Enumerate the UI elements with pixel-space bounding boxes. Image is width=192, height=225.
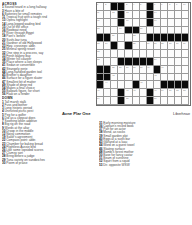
black-cell <box>118 19 125 27</box>
grid-cell[interactable] <box>168 58 175 66</box>
grid-cell[interactable] <box>111 81 118 89</box>
grid-cell[interactable]: 26 <box>147 42 154 50</box>
grid-cell[interactable] <box>168 50 175 58</box>
grid-cell[interactable]: 35 <box>111 66 118 74</box>
puzzle-byline: Liberhnae <box>173 112 190 117</box>
grid-cell[interactable] <box>182 50 189 58</box>
grid-cell[interactable] <box>111 50 118 58</box>
grid-cell[interactable] <box>161 50 168 58</box>
grid-cell[interactable]: 19 <box>118 27 125 35</box>
cell-number: 10 <box>183 3 186 5</box>
grid-cell[interactable] <box>140 89 147 97</box>
puzzle-title: Avne Plar One <box>62 111 90 116</box>
grid-cell[interactable] <box>175 74 182 82</box>
grid-cell[interactable]: 21 <box>111 34 118 42</box>
grid-cell[interactable]: 18 <box>97 27 104 35</box>
grid-cell[interactable] <box>140 34 147 42</box>
grid-cell[interactable] <box>147 27 154 35</box>
grid-cell[interactable] <box>175 27 182 35</box>
cell-number: 25 <box>133 42 136 44</box>
cell-number: 18 <box>97 27 100 29</box>
cell-number: 48 <box>133 89 136 91</box>
black-cell <box>125 42 132 50</box>
cell-number: 35 <box>112 66 115 68</box>
grid-cell[interactable]: 10 <box>182 3 189 11</box>
cell-number: 26 <box>147 42 150 44</box>
grid-cell[interactable] <box>133 74 140 82</box>
grid-cell[interactable]: 25 <box>133 42 140 50</box>
grid-cell[interactable] <box>133 19 140 27</box>
cell-number: 37 <box>126 66 129 68</box>
cell-number: 30 <box>176 42 179 44</box>
cell-number: 51 <box>169 89 172 91</box>
black-cell <box>118 89 125 97</box>
grid-cell[interactable]: 33 <box>97 58 104 66</box>
grid-cell[interactable]: 55 <box>125 97 132 105</box>
grid-cell[interactable] <box>161 97 168 105</box>
grid-cell[interactable]: 37 <box>125 66 132 74</box>
cell-number: 56 <box>154 97 157 99</box>
grid-cell[interactable] <box>118 34 125 42</box>
grid-cell[interactable]: 36 <box>118 66 125 74</box>
down-clue-list-part2: 31 Early morning moisture36 Captain's re… <box>99 121 190 166</box>
grid-cell[interactable]: 30 <box>175 42 182 50</box>
grid-cell[interactable] <box>133 11 140 19</box>
grid-cell[interactable] <box>175 50 182 58</box>
grid-cell[interactable] <box>111 19 118 27</box>
cell-number: 52 <box>176 89 179 91</box>
cell-number: 38 <box>133 66 136 68</box>
cell-number: 13 <box>126 11 129 13</box>
cell-number: 15 <box>97 19 100 21</box>
grid-cell[interactable] <box>182 19 189 27</box>
grid-cell[interactable] <box>147 81 154 89</box>
grid-cell[interactable] <box>125 74 132 82</box>
black-cell <box>125 27 132 35</box>
cell-number: 29 <box>169 42 172 44</box>
cell-number: 7 <box>161 3 162 5</box>
cell-number: 32 <box>97 50 100 52</box>
grid-cell[interactable] <box>140 42 147 50</box>
grid-cell[interactable] <box>104 50 111 58</box>
grid-cell[interactable]: 52 <box>175 89 182 97</box>
cell-number: 53 <box>183 89 186 91</box>
grid-cell[interactable] <box>104 89 111 97</box>
grid-cell[interactable] <box>147 50 154 58</box>
grid-cell[interactable] <box>175 11 182 19</box>
grid-cell[interactable] <box>175 97 182 105</box>
cell-number: 8 <box>169 3 170 5</box>
black-cell <box>97 74 104 82</box>
grid-cell[interactable] <box>182 27 189 35</box>
grid-cell[interactable]: 51 <box>168 89 175 97</box>
cell-number: 20 <box>140 27 143 29</box>
cell-number: 36 <box>119 66 122 68</box>
grid-cell[interactable] <box>118 50 125 58</box>
cell-number: 28 <box>161 42 164 44</box>
cell-number: 23 <box>97 42 100 44</box>
grid-cell[interactable]: 40 <box>147 66 154 74</box>
grid-cell[interactable] <box>182 97 189 105</box>
cell-number: 44 <box>105 81 108 83</box>
grid-cell[interactable]: 24 <box>104 42 111 50</box>
black-cell <box>147 19 154 27</box>
grid-cell[interactable]: 12 <box>111 11 118 19</box>
grid-cell[interactable]: 13 <box>125 11 132 19</box>
grid-cell[interactable] <box>104 11 111 19</box>
cell-number: 47 <box>126 89 129 91</box>
grid-cell[interactable] <box>168 11 175 19</box>
grid-cell[interactable] <box>140 50 147 58</box>
black-cell <box>118 3 125 11</box>
grid-cell[interactable]: 43 <box>154 74 161 82</box>
grid-cell[interactable] <box>140 11 147 19</box>
grid-cell[interactable]: 29 <box>168 42 175 50</box>
grid-cell[interactable] <box>182 11 189 19</box>
grid-cell[interactable]: 48 <box>133 89 140 97</box>
grid-cell[interactable]: 41 <box>161 66 168 74</box>
grid-cell[interactable] <box>182 66 189 74</box>
black-cell <box>97 66 104 74</box>
cell-number: 31 <box>183 42 186 44</box>
crossword-grid: 1234567891011121314151617181920212223242… <box>96 2 191 106</box>
grid-cell[interactable] <box>154 27 161 35</box>
cell-number: 45 <box>140 81 143 83</box>
grid-cell[interactable] <box>140 97 147 105</box>
cell-number: 4 <box>133 3 134 5</box>
grid-cell[interactable]: 42 <box>111 74 118 82</box>
grid-cell[interactable]: 9 <box>175 3 182 11</box>
grid-cell[interactable]: 44 <box>104 81 111 89</box>
grid-cell[interactable] <box>104 27 111 35</box>
black-cell <box>111 42 118 50</box>
cell-number: 24 <box>105 42 108 44</box>
grid-cell[interactable] <box>168 66 175 74</box>
grid-cell[interactable]: 15 <box>97 19 104 27</box>
crossword-page: ACROSS 1 Sound heard in a long hallway3 … <box>0 0 192 225</box>
black-cell <box>147 97 154 105</box>
cell-number: 6 <box>154 3 155 5</box>
cell-number: 12 <box>112 11 115 13</box>
grid-cell[interactable]: 38 <box>133 66 140 74</box>
grid-cell[interactable] <box>161 27 168 35</box>
grid-cell[interactable] <box>104 97 111 105</box>
grid-cell[interactable] <box>118 42 125 50</box>
cell-number: 21 <box>112 34 115 36</box>
cell-number: 34 <box>154 58 157 60</box>
grid-cell[interactable] <box>104 19 111 27</box>
black-cell <box>104 66 111 74</box>
cell-number: 39 <box>140 66 143 68</box>
grid-cell[interactable] <box>104 58 111 66</box>
black-cell <box>154 66 161 74</box>
grid-cell[interactable] <box>118 81 125 89</box>
cell-number: 49 <box>154 89 157 91</box>
grid-cell[interactable]: 39 <box>140 66 147 74</box>
cell-number: 3 <box>126 3 127 5</box>
clue-down-30: 30 Poem of praise <box>2 161 95 164</box>
grid-cell[interactable] <box>168 97 175 105</box>
grid-cell[interactable] <box>147 74 154 82</box>
grid-cell[interactable]: 11 <box>97 11 104 19</box>
grid-cell[interactable] <box>168 19 175 27</box>
grid-cell[interactable] <box>161 74 168 82</box>
grid-cell[interactable] <box>133 50 140 58</box>
grid-cell[interactable] <box>161 19 168 27</box>
grid-cell[interactable]: 2 <box>104 3 111 11</box>
grid-cell[interactable] <box>182 58 189 66</box>
cell-number: 42 <box>112 74 115 76</box>
cell-number: 46 <box>97 89 100 91</box>
grid-cell[interactable]: 31 <box>182 42 189 50</box>
grid-cell[interactable]: 34 <box>154 58 161 66</box>
clue-down-53: 53 Dir. opposite WSW <box>99 163 190 166</box>
across-clue-list: 1 Sound heard in a long hallway3 Have a … <box>2 6 95 96</box>
black-cell <box>118 97 125 105</box>
grid-cell[interactable]: 53 <box>182 89 189 97</box>
cell-number: 19 <box>119 27 122 29</box>
grid-cell[interactable]: 45 <box>140 81 147 89</box>
grid-cell[interactable]: 5 <box>140 3 147 11</box>
grid-cell[interactable] <box>118 74 125 82</box>
grid-cell[interactable] <box>175 19 182 27</box>
clue-number: 30 <box>2 161 5 164</box>
grid-cell[interactable]: 8 <box>168 3 175 11</box>
cell-number: 50 <box>161 89 164 91</box>
cell-number: 11 <box>97 11 99 13</box>
cell-number: 14 <box>154 11 157 13</box>
grid-cell[interactable]: 54 <box>97 97 104 105</box>
grid-cell[interactable]: 16 <box>125 19 132 27</box>
grid-cell[interactable] <box>133 97 140 105</box>
cell-number: 40 <box>147 66 150 68</box>
cell-number: 27 <box>154 42 157 44</box>
grid-cell[interactable]: 27 <box>154 42 161 50</box>
cell-number: 1 <box>97 3 98 5</box>
black-cell <box>118 11 125 19</box>
grid-cell[interactable] <box>161 11 168 19</box>
grid-cell[interactable]: 50 <box>161 89 168 97</box>
grid-cell[interactable]: 14 <box>154 11 161 19</box>
grid-cell[interactable] <box>111 97 118 105</box>
cell-number: 33 <box>97 58 100 60</box>
grid-cell[interactable] <box>125 50 132 58</box>
cell-number: 41 <box>161 66 164 68</box>
grid-cell[interactable]: 28 <box>161 42 168 50</box>
grid-cell[interactable]: 56 <box>154 97 161 105</box>
grid-cell[interactable]: 7 <box>161 3 168 11</box>
cell-number: 2 <box>105 3 106 5</box>
grid-cell[interactable]: 20 <box>140 27 147 35</box>
black-cell <box>147 89 154 97</box>
grid-cell[interactable] <box>111 89 118 97</box>
grid-cell[interactable] <box>140 19 147 27</box>
grid-cell[interactable] <box>125 34 132 42</box>
clue-number: 53 <box>99 163 102 166</box>
black-cell <box>147 3 154 11</box>
grid-cell[interactable] <box>168 74 175 82</box>
grid-cell[interactable] <box>168 27 175 35</box>
black-cell <box>147 11 154 19</box>
cell-number: 17 <box>154 19 157 21</box>
grid-cell[interactable]: 17 <box>154 19 161 27</box>
cell-number: 5 <box>140 3 141 5</box>
clue-column-bottom-right: 31 Early morning moisture36 Captain's re… <box>99 121 190 224</box>
down-clue-list-part1: 1 Tall marsh stalk2 Fuss and bother3 Lon… <box>2 100 95 164</box>
cell-number: 55 <box>126 97 129 99</box>
grid-cell[interactable] <box>182 74 189 82</box>
grid-cell[interactable] <box>175 66 182 74</box>
cell-number: 54 <box>97 97 100 99</box>
grid-cell[interactable]: 4 <box>133 3 140 11</box>
cell-number: 22 <box>133 34 136 36</box>
cell-number: 43 <box>154 74 157 76</box>
cell-number: 16 <box>126 19 129 21</box>
grid-cell[interactable] <box>175 58 182 66</box>
cell-number: 9 <box>176 3 177 5</box>
